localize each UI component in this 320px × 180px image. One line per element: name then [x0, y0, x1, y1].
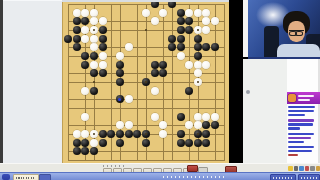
start-button[interactable]: [2, 174, 10, 180]
intersection[interactable]: [159, 86, 168, 95]
intersection[interactable]: [124, 43, 133, 52]
intersection[interactable]: [176, 112, 185, 121]
intersection[interactable]: [185, 26, 194, 35]
intersection[interactable]: [98, 155, 107, 163]
intersection[interactable]: [211, 69, 220, 78]
intersection[interactable]: [107, 121, 116, 130]
intersection[interactable]: [159, 26, 168, 35]
intersection[interactable]: [176, 60, 185, 69]
intersection[interactable]: [72, 60, 81, 69]
intersection[interactable]: [159, 43, 168, 52]
intersection[interactable]: [64, 69, 73, 78]
intersection[interactable]: [116, 86, 125, 95]
intersection[interactable]: [64, 52, 73, 61]
intersection[interactable]: [142, 17, 151, 26]
intersection[interactable]: [159, 69, 168, 78]
intersection[interactable]: [124, 34, 133, 43]
intersection[interactable]: [124, 112, 133, 121]
intersection[interactable]: [211, 78, 220, 87]
intersection[interactable]: [124, 86, 133, 95]
intersection[interactable]: [202, 26, 211, 35]
intersection[interactable]: [202, 17, 211, 26]
intersection[interactable]: [202, 121, 211, 130]
intersection[interactable]: [72, 69, 81, 78]
intersection[interactable]: [194, 138, 203, 147]
intersection[interactable]: [150, 60, 159, 69]
intersection[interactable]: [194, 112, 203, 121]
intersection[interactable]: [219, 138, 228, 147]
intersection[interactable]: [98, 60, 107, 69]
chat-tool-icon[interactable]: [305, 166, 310, 171]
intersection[interactable]: [219, 147, 228, 156]
intersection[interactable]: [168, 60, 177, 69]
intersection[interactable]: [159, 60, 168, 69]
intersection[interactable]: [81, 43, 90, 52]
intersection[interactable]: [90, 155, 99, 163]
intersection[interactable]: [202, 60, 211, 69]
intersection[interactable]: [219, 26, 228, 35]
intersection[interactable]: [81, 17, 90, 26]
intersection[interactable]: [168, 112, 177, 121]
intersection[interactable]: [72, 52, 81, 61]
intersection[interactable]: [150, 121, 159, 130]
intersection[interactable]: [64, 155, 73, 163]
intersection[interactable]: [202, 130, 211, 139]
intersection[interactable]: [81, 104, 90, 113]
intersection[interactable]: [194, 69, 203, 78]
intersection[interactable]: [185, 78, 194, 87]
intersection[interactable]: [159, 8, 168, 17]
intersection[interactable]: [133, 130, 142, 139]
intersection[interactable]: [176, 34, 185, 43]
intersection[interactable]: [116, 155, 125, 163]
intersection[interactable]: [219, 8, 228, 17]
intersection[interactable]: [133, 69, 142, 78]
intersection[interactable]: [185, 121, 194, 130]
intersection[interactable]: [211, 130, 220, 139]
intersection[interactable]: [185, 138, 194, 147]
intersection[interactable]: [81, 138, 90, 147]
intersection[interactable]: [211, 155, 220, 163]
intersection[interactable]: [185, 17, 194, 26]
intersection[interactable]: [194, 121, 203, 130]
intersection[interactable]: [107, 52, 116, 61]
intersection[interactable]: [219, 17, 228, 26]
intersection[interactable]: [98, 138, 107, 147]
intersection[interactable]: [194, 43, 203, 52]
intersection[interactable]: [194, 8, 203, 17]
intersection[interactable]: [185, 95, 194, 104]
intersection[interactable]: [107, 8, 116, 17]
intersection[interactable]: [176, 86, 185, 95]
intersection[interactable]: [72, 112, 81, 121]
intersection[interactable]: [168, 138, 177, 147]
intersection[interactable]: [168, 104, 177, 113]
intersection[interactable]: [124, 69, 133, 78]
intersection[interactable]: [64, 8, 73, 17]
intersection[interactable]: [219, 52, 228, 61]
intersection[interactable]: [98, 26, 107, 35]
intersection[interactable]: [202, 34, 211, 43]
intersection[interactable]: [107, 17, 116, 26]
intersection[interactable]: [133, 52, 142, 61]
intersection[interactable]: [211, 95, 220, 104]
intersection[interactable]: [124, 8, 133, 17]
intersection[interactable]: [159, 52, 168, 61]
intersection[interactable]: [176, 43, 185, 52]
intersection[interactable]: [107, 95, 116, 104]
intersection[interactable]: [168, 43, 177, 52]
intersection[interactable]: [124, 78, 133, 87]
intersection[interactable]: [159, 138, 168, 147]
intersection[interactable]: [185, 147, 194, 156]
intersection[interactable]: [142, 69, 151, 78]
intersection[interactable]: [159, 155, 168, 163]
intersection[interactable]: [168, 34, 177, 43]
intersection[interactable]: [211, 104, 220, 113]
intersection[interactable]: [81, 8, 90, 17]
intersection[interactable]: [150, 17, 159, 26]
chat-tool-icon[interactable]: [316, 166, 320, 171]
intersection[interactable]: [116, 138, 125, 147]
intersection[interactable]: [81, 147, 90, 156]
intersection[interactable]: [219, 60, 228, 69]
intersection[interactable]: [219, 130, 228, 139]
intersection[interactable]: [219, 69, 228, 78]
intersection[interactable]: [107, 26, 116, 35]
intersection[interactable]: [202, 104, 211, 113]
intersection[interactable]: [72, 43, 81, 52]
intersection[interactable]: [150, 78, 159, 87]
intersection[interactable]: [64, 130, 73, 139]
intersection[interactable]: [64, 112, 73, 121]
intersection[interactable]: [159, 95, 168, 104]
intersection[interactable]: [116, 95, 125, 104]
clock-button[interactable]: [298, 174, 320, 180]
intersection[interactable]: [150, 95, 159, 104]
intersection[interactable]: [202, 8, 211, 17]
intersection[interactable]: [202, 52, 211, 61]
intersection[interactable]: [202, 78, 211, 87]
intersection[interactable]: [107, 155, 116, 163]
intersection[interactable]: [133, 104, 142, 113]
intersection[interactable]: [211, 34, 220, 43]
intersection[interactable]: [72, 155, 81, 163]
intersection[interactable]: [168, 17, 177, 26]
intersection[interactable]: [72, 121, 81, 130]
intersection[interactable]: [64, 86, 73, 95]
intersection[interactable]: [116, 78, 125, 87]
intersection[interactable]: [194, 52, 203, 61]
intersection[interactable]: [211, 26, 220, 35]
intersection[interactable]: [159, 104, 168, 113]
intersection[interactable]: [64, 34, 73, 43]
intersection[interactable]: [159, 121, 168, 130]
intersection[interactable]: [90, 147, 99, 156]
intersection[interactable]: [64, 147, 73, 156]
intersection[interactable]: [64, 95, 73, 104]
intersection[interactable]: [168, 86, 177, 95]
intersection[interactable]: [211, 60, 220, 69]
intersection[interactable]: [194, 60, 203, 69]
intersection[interactable]: [194, 155, 203, 163]
intersection[interactable]: [133, 155, 142, 163]
intersection[interactable]: [194, 147, 203, 156]
intersection[interactable]: [64, 26, 73, 35]
intersection[interactable]: [116, 43, 125, 52]
intersection[interactable]: [90, 69, 99, 78]
intersection[interactable]: [219, 121, 228, 130]
intersection[interactable]: [98, 78, 107, 87]
intersection[interactable]: [124, 130, 133, 139]
intersection[interactable]: [185, 69, 194, 78]
intersection[interactable]: [185, 112, 194, 121]
intersection[interactable]: [98, 34, 107, 43]
intersection[interactable]: [116, 104, 125, 113]
intersection[interactable]: [107, 147, 116, 156]
intersection[interactable]: [176, 104, 185, 113]
intersection[interactable]: [176, 138, 185, 147]
intersection[interactable]: [116, 26, 125, 35]
intersection[interactable]: [142, 52, 151, 61]
intersection[interactable]: [81, 69, 90, 78]
intersection[interactable]: [219, 78, 228, 87]
intersection[interactable]: [107, 69, 116, 78]
intersection[interactable]: [219, 34, 228, 43]
intersection[interactable]: [176, 155, 185, 163]
intersection[interactable]: [202, 95, 211, 104]
intersection[interactable]: [107, 86, 116, 95]
intersection[interactable]: [90, 34, 99, 43]
intersection[interactable]: [150, 43, 159, 52]
intersection[interactable]: [98, 86, 107, 95]
intersection[interactable]: [98, 112, 107, 121]
intersection[interactable]: [168, 78, 177, 87]
intersection[interactable]: [150, 8, 159, 17]
intersection[interactable]: [142, 155, 151, 163]
intersection[interactable]: [64, 17, 73, 26]
intersection[interactable]: [133, 43, 142, 52]
intersection[interactable]: [98, 121, 107, 130]
intersection[interactable]: [107, 138, 116, 147]
intersection[interactable]: [142, 112, 151, 121]
intersection[interactable]: [219, 104, 228, 113]
intersection[interactable]: [116, 34, 125, 43]
intersection[interactable]: [107, 130, 116, 139]
intersection[interactable]: [176, 147, 185, 156]
intersection[interactable]: [72, 147, 81, 156]
taskbar-item[interactable]: [39, 174, 51, 180]
intersection[interactable]: [133, 147, 142, 156]
intersection[interactable]: [81, 155, 90, 163]
intersection[interactable]: [133, 121, 142, 130]
intersection[interactable]: [81, 86, 90, 95]
intersection[interactable]: [107, 104, 116, 113]
intersection[interactable]: [90, 112, 99, 121]
intersection[interactable]: [124, 60, 133, 69]
intersection[interactable]: [124, 95, 133, 104]
intersection[interactable]: [116, 130, 125, 139]
intersection[interactable]: [81, 112, 90, 121]
intersection[interactable]: [81, 95, 90, 104]
intersection[interactable]: [98, 104, 107, 113]
intersection[interactable]: [194, 104, 203, 113]
intersection[interactable]: [176, 78, 185, 87]
intersection[interactable]: [64, 138, 73, 147]
intersection[interactable]: [98, 130, 107, 139]
intersection[interactable]: [159, 17, 168, 26]
intersection[interactable]: [133, 34, 142, 43]
intersection[interactable]: [202, 86, 211, 95]
intersection[interactable]: [219, 86, 228, 95]
intersection[interactable]: [133, 138, 142, 147]
intersection[interactable]: [72, 34, 81, 43]
intersection[interactable]: [124, 26, 133, 35]
intersection[interactable]: [72, 26, 81, 35]
intersection[interactable]: [159, 147, 168, 156]
intersection[interactable]: [133, 78, 142, 87]
intersection[interactable]: [98, 69, 107, 78]
intersection[interactable]: [72, 86, 81, 95]
intersection[interactable]: [142, 34, 151, 43]
intersection[interactable]: [159, 112, 168, 121]
intersection[interactable]: [81, 130, 90, 139]
intersection[interactable]: [159, 34, 168, 43]
intersection[interactable]: [176, 130, 185, 139]
intersection[interactable]: [219, 112, 228, 121]
intersection[interactable]: [142, 86, 151, 95]
intersection[interactable]: [116, 147, 125, 156]
intersection[interactable]: [90, 60, 99, 69]
intersection[interactable]: [185, 130, 194, 139]
intersection[interactable]: [150, 130, 159, 139]
intersection[interactable]: [185, 86, 194, 95]
intersection[interactable]: [211, 52, 220, 61]
intersection[interactable]: [142, 43, 151, 52]
chat-tool-icon[interactable]: [294, 166, 299, 171]
intersection[interactable]: [64, 60, 73, 69]
intersection[interactable]: [176, 26, 185, 35]
intersection[interactable]: [124, 147, 133, 156]
intersection[interactable]: [81, 78, 90, 87]
intersection[interactable]: [81, 52, 90, 61]
chat-tool-icon[interactable]: [288, 166, 293, 171]
intersection[interactable]: [150, 34, 159, 43]
intersection[interactable]: [90, 8, 99, 17]
intersection[interactable]: [168, 155, 177, 163]
intersection[interactable]: [211, 43, 220, 52]
intersection[interactable]: [133, 86, 142, 95]
intersection[interactable]: [202, 69, 211, 78]
intersection[interactable]: [176, 17, 185, 26]
intersection[interactable]: [107, 34, 116, 43]
intersection[interactable]: [202, 112, 211, 121]
intersection[interactable]: [124, 104, 133, 113]
intersection[interactable]: [98, 52, 107, 61]
intersection[interactable]: [168, 8, 177, 17]
tray-button[interactable]: [270, 174, 296, 180]
intersection[interactable]: [72, 138, 81, 147]
intersection[interactable]: [64, 104, 73, 113]
intersection[interactable]: [176, 8, 185, 17]
intersection[interactable]: [211, 138, 220, 147]
intersection[interactable]: [124, 52, 133, 61]
intersection[interactable]: [64, 121, 73, 130]
intersection[interactable]: [211, 8, 220, 17]
intersection[interactable]: [142, 8, 151, 17]
intersection[interactable]: [159, 78, 168, 87]
intersection[interactable]: [116, 112, 125, 121]
intersection[interactable]: [90, 104, 99, 113]
intersection[interactable]: [116, 60, 125, 69]
intersection[interactable]: [219, 43, 228, 52]
intersection[interactable]: [150, 138, 159, 147]
intersection[interactable]: [211, 147, 220, 156]
intersection[interactable]: [142, 60, 151, 69]
intersection[interactable]: [185, 8, 194, 17]
intersection[interactable]: [133, 8, 142, 17]
intersection[interactable]: [107, 112, 116, 121]
intersection[interactable]: [142, 138, 151, 147]
intersection[interactable]: [150, 155, 159, 163]
intersection[interactable]: [72, 130, 81, 139]
intersection[interactable]: [202, 138, 211, 147]
intersection[interactable]: [159, 130, 168, 139]
intersection[interactable]: [133, 95, 142, 104]
intersection[interactable]: [176, 121, 185, 130]
intersection[interactable]: [219, 95, 228, 104]
intersection[interactable]: [168, 26, 177, 35]
intersection[interactable]: [150, 147, 159, 156]
intersection[interactable]: [64, 78, 73, 87]
intersection[interactable]: [98, 8, 107, 17]
intersection[interactable]: [194, 86, 203, 95]
intersection[interactable]: [150, 112, 159, 121]
intersection[interactable]: [64, 43, 73, 52]
intersection[interactable]: [142, 104, 151, 113]
intersection[interactable]: [116, 121, 125, 130]
intersection[interactable]: [211, 121, 220, 130]
intersection[interactable]: [185, 155, 194, 163]
intersection[interactable]: [142, 95, 151, 104]
intersection[interactable]: [168, 69, 177, 78]
intersection[interactable]: [72, 95, 81, 104]
intersection[interactable]: [168, 52, 177, 61]
intersection[interactable]: [133, 17, 142, 26]
chat-tool-icon[interactable]: [299, 166, 304, 171]
intersection[interactable]: [124, 121, 133, 130]
intersection[interactable]: [116, 52, 125, 61]
intersection[interactable]: [211, 86, 220, 95]
intersection[interactable]: [219, 155, 228, 163]
intersection[interactable]: [211, 112, 220, 121]
intersection[interactable]: [150, 104, 159, 113]
intersection[interactable]: [90, 95, 99, 104]
intersection[interactable]: [90, 86, 99, 95]
intersection[interactable]: [124, 17, 133, 26]
intersection[interactable]: [194, 17, 203, 26]
intersection[interactable]: [107, 78, 116, 87]
intersection[interactable]: [81, 34, 90, 43]
intersection[interactable]: [168, 121, 177, 130]
intersection[interactable]: [150, 86, 159, 95]
intersection[interactable]: [98, 95, 107, 104]
intersection[interactable]: [90, 138, 99, 147]
intersection[interactable]: [81, 121, 90, 130]
intersection[interactable]: [72, 17, 81, 26]
resign-button[interactable]: [187, 165, 198, 172]
intersection[interactable]: [202, 43, 211, 52]
